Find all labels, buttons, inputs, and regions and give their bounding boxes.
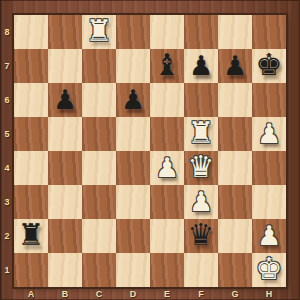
file-label-a: A bbox=[14, 287, 48, 300]
square-d3[interactable] bbox=[116, 185, 150, 219]
black-pawn[interactable]: ♟ bbox=[53, 86, 77, 113]
square-h2[interactable]: ♟ bbox=[252, 219, 286, 253]
square-b2[interactable] bbox=[48, 219, 82, 253]
square-h1[interactable]: ♚ bbox=[252, 253, 286, 287]
black-pawn[interactable]: ♟ bbox=[121, 86, 145, 113]
square-c1[interactable] bbox=[82, 253, 116, 287]
square-d1[interactable] bbox=[116, 253, 150, 287]
square-c2[interactable] bbox=[82, 219, 116, 253]
white-queen[interactable]: ♛ bbox=[188, 152, 215, 182]
square-f8[interactable] bbox=[184, 15, 218, 49]
square-e5[interactable] bbox=[150, 117, 184, 151]
square-d7[interactable] bbox=[116, 49, 150, 83]
file-label-f: F bbox=[184, 287, 218, 300]
chess-board[interactable]: ♜♝♟♟♚♟♟♜♟♟♛♟♜♛♟♚ bbox=[14, 15, 286, 287]
white-pawn[interactable]: ♟ bbox=[257, 222, 281, 249]
square-d5[interactable] bbox=[116, 117, 150, 151]
square-a3[interactable] bbox=[14, 185, 48, 219]
rank-label-8: 8 bbox=[0, 15, 14, 49]
square-g7[interactable]: ♟ bbox=[218, 49, 252, 83]
file-label-g: G bbox=[218, 287, 252, 300]
rank-label-6: 6 bbox=[0, 83, 14, 117]
square-h3[interactable] bbox=[252, 185, 286, 219]
square-h8[interactable] bbox=[252, 15, 286, 49]
square-f6[interactable] bbox=[184, 83, 218, 117]
square-e7[interactable]: ♝ bbox=[150, 49, 184, 83]
white-rook[interactable]: ♜ bbox=[86, 16, 113, 46]
square-b8[interactable] bbox=[48, 15, 82, 49]
square-h7[interactable]: ♚ bbox=[252, 49, 286, 83]
file-label-c: C bbox=[82, 287, 116, 300]
rank-labels: 87654321 bbox=[0, 15, 14, 287]
rank-label-2: 2 bbox=[0, 219, 14, 253]
square-e3[interactable] bbox=[150, 185, 184, 219]
chess-diagram: ♜♝♟♟♚♟♟♜♟♟♛♟♜♛♟♚ 87654321 ABCDEFGH bbox=[0, 0, 300, 300]
square-e1[interactable] bbox=[150, 253, 184, 287]
square-a5[interactable] bbox=[14, 117, 48, 151]
rank-label-5: 5 bbox=[0, 117, 14, 151]
square-a8[interactable] bbox=[14, 15, 48, 49]
file-label-b: B bbox=[48, 287, 82, 300]
square-d6[interactable]: ♟ bbox=[116, 83, 150, 117]
square-g8[interactable] bbox=[218, 15, 252, 49]
white-pawn[interactable]: ♟ bbox=[257, 120, 281, 147]
square-a7[interactable] bbox=[14, 49, 48, 83]
square-e8[interactable] bbox=[150, 15, 184, 49]
square-a1[interactable] bbox=[14, 253, 48, 287]
square-a2[interactable]: ♜ bbox=[14, 219, 48, 253]
square-g4[interactable] bbox=[218, 151, 252, 185]
black-pawn[interactable]: ♟ bbox=[223, 52, 247, 79]
file-label-e: E bbox=[150, 287, 184, 300]
square-b5[interactable] bbox=[48, 117, 82, 151]
square-g2[interactable] bbox=[218, 219, 252, 253]
white-king[interactable]: ♚ bbox=[256, 254, 283, 284]
rank-label-1: 1 bbox=[0, 253, 14, 287]
square-g6[interactable] bbox=[218, 83, 252, 117]
black-bishop[interactable]: ♝ bbox=[154, 50, 181, 80]
rank-label-3: 3 bbox=[0, 185, 14, 219]
square-c4[interactable] bbox=[82, 151, 116, 185]
square-g5[interactable] bbox=[218, 117, 252, 151]
square-f1[interactable] bbox=[184, 253, 218, 287]
square-h4[interactable] bbox=[252, 151, 286, 185]
square-f7[interactable]: ♟ bbox=[184, 49, 218, 83]
white-pawn[interactable]: ♟ bbox=[155, 154, 179, 181]
square-f4[interactable]: ♛ bbox=[184, 151, 218, 185]
square-f5[interactable]: ♜ bbox=[184, 117, 218, 151]
square-e6[interactable] bbox=[150, 83, 184, 117]
square-d2[interactable] bbox=[116, 219, 150, 253]
square-c5[interactable] bbox=[82, 117, 116, 151]
square-d8[interactable] bbox=[116, 15, 150, 49]
square-g3[interactable] bbox=[218, 185, 252, 219]
square-f2[interactable]: ♛ bbox=[184, 219, 218, 253]
square-c7[interactable] bbox=[82, 49, 116, 83]
white-pawn[interactable]: ♟ bbox=[189, 188, 213, 215]
square-a4[interactable] bbox=[14, 151, 48, 185]
rank-label-7: 7 bbox=[0, 49, 14, 83]
square-c8[interactable]: ♜ bbox=[82, 15, 116, 49]
black-rook[interactable]: ♜ bbox=[18, 220, 45, 250]
square-a6[interactable] bbox=[14, 83, 48, 117]
square-d4[interactable] bbox=[116, 151, 150, 185]
file-label-h: H bbox=[252, 287, 286, 300]
file-label-d: D bbox=[116, 287, 150, 300]
square-e2[interactable] bbox=[150, 219, 184, 253]
square-c6[interactable] bbox=[82, 83, 116, 117]
white-rook[interactable]: ♜ bbox=[188, 118, 215, 148]
square-g1[interactable] bbox=[218, 253, 252, 287]
black-queen[interactable]: ♛ bbox=[188, 220, 215, 250]
square-b7[interactable] bbox=[48, 49, 82, 83]
black-pawn[interactable]: ♟ bbox=[189, 52, 213, 79]
file-labels: ABCDEFGH bbox=[14, 287, 286, 300]
square-b6[interactable]: ♟ bbox=[48, 83, 82, 117]
square-b1[interactable] bbox=[48, 253, 82, 287]
square-b3[interactable] bbox=[48, 185, 82, 219]
square-h5[interactable]: ♟ bbox=[252, 117, 286, 151]
square-f3[interactable]: ♟ bbox=[184, 185, 218, 219]
square-c3[interactable] bbox=[82, 185, 116, 219]
black-king[interactable]: ♚ bbox=[256, 50, 283, 80]
square-b4[interactable] bbox=[48, 151, 82, 185]
square-h6[interactable] bbox=[252, 83, 286, 117]
rank-label-4: 4 bbox=[0, 151, 14, 185]
square-e4[interactable]: ♟ bbox=[150, 151, 184, 185]
